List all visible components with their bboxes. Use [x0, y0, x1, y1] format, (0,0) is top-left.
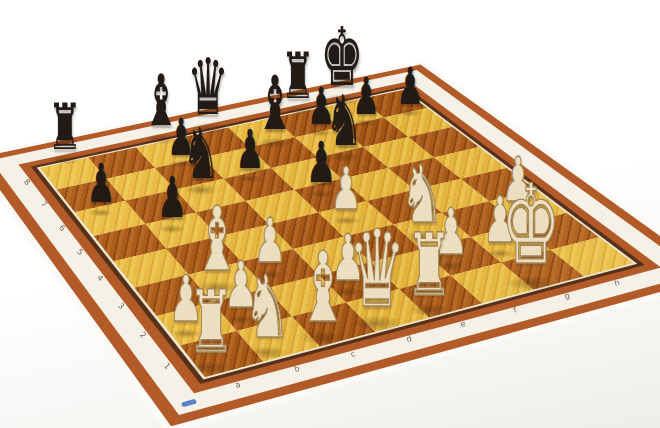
rook-glyph: ♜ [48, 95, 83, 158]
queen-glyph: ♛ [348, 216, 406, 323]
pawn-glyph: ♟ [396, 60, 424, 111]
pawn-glyph: ♟ [86, 157, 115, 211]
knight-glyph: ♞ [244, 264, 291, 351]
rook-glyph: ♜ [187, 279, 234, 366]
pawn-glyph: ♟ [235, 123, 264, 177]
pawn-glyph: ♟ [157, 170, 188, 226]
chess-board: 87654321abcdefgh♜♝♛♜♚♟♝♟♟♟♟♞♟♞♟♟♟♝♟♞♟♟♟♟… [0, 0, 660, 428]
chessboard-photo: 87654321abcdefgh♜♝♛♜♚♟♝♟♟♟♟♞♟♞♟♟♟♝♟♞♟♟♟♟… [0, 0, 660, 428]
knight-glyph: ♞ [182, 118, 220, 188]
king-glyph: ♚ [502, 172, 562, 282]
bishop-glyph: ♝ [296, 240, 349, 337]
rook-glyph: ♜ [406, 222, 453, 309]
